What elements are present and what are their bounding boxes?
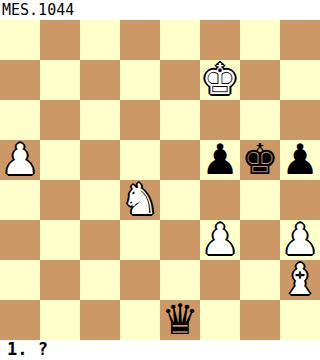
- square-c5[interactable]: [80, 140, 120, 180]
- square-e8[interactable]: [160, 20, 200, 60]
- square-b4[interactable]: [40, 180, 80, 220]
- square-g3[interactable]: [240, 220, 280, 260]
- square-b3[interactable]: [40, 220, 80, 260]
- square-c1[interactable]: [80, 300, 120, 340]
- square-g2[interactable]: [240, 260, 280, 300]
- square-c2[interactable]: [80, 260, 120, 300]
- square-e2[interactable]: [160, 260, 200, 300]
- square-c6[interactable]: [80, 100, 120, 140]
- square-h1[interactable]: [280, 300, 320, 340]
- square-g5[interactable]: ♚: [240, 140, 280, 180]
- square-e6[interactable]: [160, 100, 200, 140]
- square-d7[interactable]: [120, 60, 160, 100]
- square-c7[interactable]: [80, 60, 120, 100]
- square-d1[interactable]: [120, 300, 160, 340]
- square-a7[interactable]: [0, 60, 40, 100]
- white-pawn-h3[interactable]: ♟: [281, 220, 319, 260]
- square-f3[interactable]: ♟: [200, 220, 240, 260]
- square-g1[interactable]: [240, 300, 280, 340]
- square-b7[interactable]: [40, 60, 80, 100]
- square-c8[interactable]: [80, 20, 120, 60]
- square-a8[interactable]: [0, 20, 40, 60]
- square-h8[interactable]: [280, 20, 320, 60]
- white-bishop-h2[interactable]: ♝: [281, 260, 319, 300]
- square-f7[interactable]: ♚: [200, 60, 240, 100]
- square-f6[interactable]: [200, 100, 240, 140]
- black-pawn-f5[interactable]: ♟: [201, 140, 239, 180]
- square-f4[interactable]: [200, 180, 240, 220]
- white-pawn-a5[interactable]: ♟: [1, 140, 39, 180]
- square-e7[interactable]: [160, 60, 200, 100]
- white-knight-d4[interactable]: ♞: [121, 180, 159, 220]
- square-a1[interactable]: [0, 300, 40, 340]
- square-g6[interactable]: [240, 100, 280, 140]
- square-h7[interactable]: [280, 60, 320, 100]
- square-h2[interactable]: ♝: [280, 260, 320, 300]
- square-b8[interactable]: [40, 20, 80, 60]
- square-e5[interactable]: [160, 140, 200, 180]
- square-h4[interactable]: [280, 180, 320, 220]
- square-f5[interactable]: ♟: [200, 140, 240, 180]
- square-b2[interactable]: [40, 260, 80, 300]
- square-f8[interactable]: [200, 20, 240, 60]
- square-a5[interactable]: ♟: [0, 140, 40, 180]
- square-d5[interactable]: [120, 140, 160, 180]
- square-f2[interactable]: [200, 260, 240, 300]
- square-g7[interactable]: [240, 60, 280, 100]
- square-d6[interactable]: [120, 100, 160, 140]
- square-a6[interactable]: [0, 100, 40, 140]
- square-e4[interactable]: [160, 180, 200, 220]
- chess-puzzle-page: MES.1044 ♚♟♟♚♟♞♟♟♝♛ 1. ?: [0, 0, 320, 360]
- square-f1[interactable]: [200, 300, 240, 340]
- square-d4[interactable]: ♞: [120, 180, 160, 220]
- black-pawn-h5[interactable]: ♟: [281, 140, 319, 180]
- square-h5[interactable]: ♟: [280, 140, 320, 180]
- black-queen-e1[interactable]: ♛: [161, 300, 199, 340]
- puzzle-title: MES.1044: [2, 1, 74, 19]
- chess-board: ♚♟♟♚♟♞♟♟♝♛: [0, 20, 320, 340]
- square-d3[interactable]: [120, 220, 160, 260]
- square-g4[interactable]: [240, 180, 280, 220]
- square-b6[interactable]: [40, 100, 80, 140]
- move-prompt: 1. ?: [7, 339, 48, 359]
- white-king-f7[interactable]: ♚: [201, 60, 239, 100]
- square-c4[interactable]: [80, 180, 120, 220]
- square-e1[interactable]: ♛: [160, 300, 200, 340]
- square-a2[interactable]: [0, 260, 40, 300]
- square-b5[interactable]: [40, 140, 80, 180]
- square-a3[interactable]: [0, 220, 40, 260]
- square-d2[interactable]: [120, 260, 160, 300]
- square-h6[interactable]: [280, 100, 320, 140]
- square-c3[interactable]: [80, 220, 120, 260]
- black-king-g5[interactable]: ♚: [241, 140, 279, 180]
- white-pawn-f3[interactable]: ♟: [201, 220, 239, 260]
- square-a4[interactable]: [0, 180, 40, 220]
- square-d8[interactable]: [120, 20, 160, 60]
- square-h3[interactable]: ♟: [280, 220, 320, 260]
- square-g8[interactable]: [240, 20, 280, 60]
- square-e3[interactable]: [160, 220, 200, 260]
- square-b1[interactable]: [40, 300, 80, 340]
